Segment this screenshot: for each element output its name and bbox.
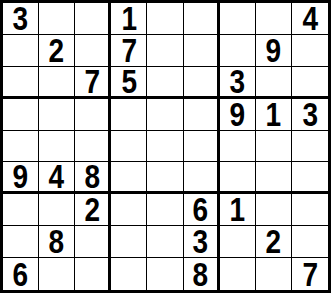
cell-r3c9[interactable] xyxy=(292,67,328,99)
cell-r3c4[interactable]: 5 xyxy=(111,67,147,99)
cell-r5c6[interactable] xyxy=(184,131,220,163)
digit: 8 xyxy=(49,226,65,258)
cell-r9c8[interactable] xyxy=(256,258,292,290)
cell-r1c8[interactable] xyxy=(256,3,292,35)
digit: 1 xyxy=(266,99,282,131)
cell-r9c3[interactable] xyxy=(75,258,111,290)
cell-r3c7[interactable]: 3 xyxy=(220,67,256,99)
cell-r6c1[interactable]: 9 xyxy=(3,162,39,194)
cell-r3c3[interactable]: 7 xyxy=(75,67,111,99)
digit: 1 xyxy=(229,194,245,226)
cell-r8c2[interactable]: 8 xyxy=(39,226,75,258)
cell-r7c3[interactable]: 2 xyxy=(75,194,111,226)
cell-r4c6[interactable] xyxy=(184,99,220,131)
cell-r5c5[interactable] xyxy=(147,131,183,163)
cell-r7c9[interactable] xyxy=(292,194,328,226)
cell-r8c7[interactable] xyxy=(220,226,256,258)
cell-r4c7[interactable]: 9 xyxy=(220,99,256,131)
cell-r7c8[interactable] xyxy=(256,194,292,226)
cell-r2c3[interactable] xyxy=(75,35,111,67)
digit: 3 xyxy=(192,226,208,258)
digit: 2 xyxy=(266,226,282,258)
cell-r9c4[interactable] xyxy=(111,258,147,290)
sudoku-board: 314279753913948261832687 xyxy=(0,0,331,293)
digit: 4 xyxy=(49,162,65,193)
cell-r2c9[interactable] xyxy=(292,35,328,67)
cell-r8c1[interactable] xyxy=(3,226,39,258)
cell-r5c2[interactable] xyxy=(39,131,75,163)
digit: 3 xyxy=(13,3,29,35)
cell-r7c5[interactable] xyxy=(147,194,183,226)
digit: 8 xyxy=(192,258,208,290)
digit: 8 xyxy=(84,162,100,193)
cell-r2c5[interactable] xyxy=(147,35,183,67)
cell-r1c3[interactable] xyxy=(75,3,111,35)
cell-r7c2[interactable] xyxy=(39,194,75,226)
cell-r1c7[interactable] xyxy=(220,3,256,35)
cell-r4c2[interactable] xyxy=(39,99,75,131)
cell-r1c2[interactable] xyxy=(39,3,75,35)
cell-r8c8[interactable]: 2 xyxy=(256,226,292,258)
cell-r6c9[interactable] xyxy=(292,162,328,194)
cell-r3c6[interactable] xyxy=(184,67,220,99)
cell-r4c1[interactable] xyxy=(3,99,39,131)
cell-r2c7[interactable] xyxy=(220,35,256,67)
cell-r3c8[interactable] xyxy=(256,67,292,99)
cell-r1c4[interactable]: 1 xyxy=(111,3,147,35)
cell-r1c9[interactable]: 4 xyxy=(292,3,328,35)
digit: 6 xyxy=(192,194,208,226)
cell-r8c9[interactable] xyxy=(292,226,328,258)
cell-r4c8[interactable]: 1 xyxy=(256,99,292,131)
digit: 2 xyxy=(49,35,65,67)
cell-r6c3[interactable]: 8 xyxy=(75,162,111,194)
cell-r2c2[interactable]: 2 xyxy=(39,35,75,67)
digit: 6 xyxy=(13,258,29,290)
cell-r1c5[interactable] xyxy=(147,3,183,35)
cell-r2c6[interactable] xyxy=(184,35,220,67)
cell-r7c6[interactable]: 6 xyxy=(184,194,220,226)
cell-r4c4[interactable] xyxy=(111,99,147,131)
cell-r1c6[interactable] xyxy=(184,3,220,35)
cell-r3c1[interactable] xyxy=(3,67,39,99)
cell-r8c6[interactable]: 3 xyxy=(184,226,220,258)
cell-r9c1[interactable]: 6 xyxy=(3,258,39,290)
cell-r7c4[interactable] xyxy=(111,194,147,226)
cell-r4c9[interactable]: 3 xyxy=(292,99,328,131)
cell-r6c4[interactable] xyxy=(111,162,147,194)
cell-r9c7[interactable] xyxy=(220,258,256,290)
digit: 9 xyxy=(13,162,29,193)
cell-r5c7[interactable] xyxy=(220,131,256,163)
digit: 3 xyxy=(229,67,245,98)
cell-r7c7[interactable]: 1 xyxy=(220,194,256,226)
cell-r6c2[interactable]: 4 xyxy=(39,162,75,194)
digit: 1 xyxy=(121,3,137,35)
digit: 2 xyxy=(84,194,100,226)
cell-r9c5[interactable] xyxy=(147,258,183,290)
cell-r6c7[interactable] xyxy=(220,162,256,194)
cell-r9c2[interactable] xyxy=(39,258,75,290)
digit: 9 xyxy=(229,99,245,131)
digit: 4 xyxy=(302,3,318,35)
digit: 7 xyxy=(121,35,137,67)
cell-r5c3[interactable] xyxy=(75,131,111,163)
digit: 9 xyxy=(266,35,282,67)
cell-r4c5[interactable] xyxy=(147,99,183,131)
cell-r6c5[interactable] xyxy=(147,162,183,194)
cell-r7c1[interactable] xyxy=(3,194,39,226)
cell-r6c8[interactable] xyxy=(256,162,292,194)
cell-r5c1[interactable] xyxy=(3,131,39,163)
cell-r8c5[interactable] xyxy=(147,226,183,258)
cell-r3c5[interactable] xyxy=(147,67,183,99)
cell-r1c1[interactable]: 3 xyxy=(3,3,39,35)
digit: 7 xyxy=(302,258,318,290)
cell-r2c8[interactable]: 9 xyxy=(256,35,292,67)
digit: 5 xyxy=(121,67,137,98)
cell-r2c1[interactable] xyxy=(3,35,39,67)
cell-r5c8[interactable] xyxy=(256,131,292,163)
digit: 3 xyxy=(302,99,318,131)
cell-r9c9[interactable]: 7 xyxy=(292,258,328,290)
cell-r6c6[interactable] xyxy=(184,162,220,194)
digit: 7 xyxy=(84,67,100,98)
cell-r4c3[interactable] xyxy=(75,99,111,131)
cell-r3c2[interactable] xyxy=(39,67,75,99)
cell-r5c9[interactable] xyxy=(292,131,328,163)
cell-r5c4[interactable] xyxy=(111,131,147,163)
cell-r9c6[interactable]: 8 xyxy=(184,258,220,290)
cell-r8c4[interactable] xyxy=(111,226,147,258)
cell-r8c3[interactable] xyxy=(75,226,111,258)
cell-r2c4[interactable]: 7 xyxy=(111,35,147,67)
